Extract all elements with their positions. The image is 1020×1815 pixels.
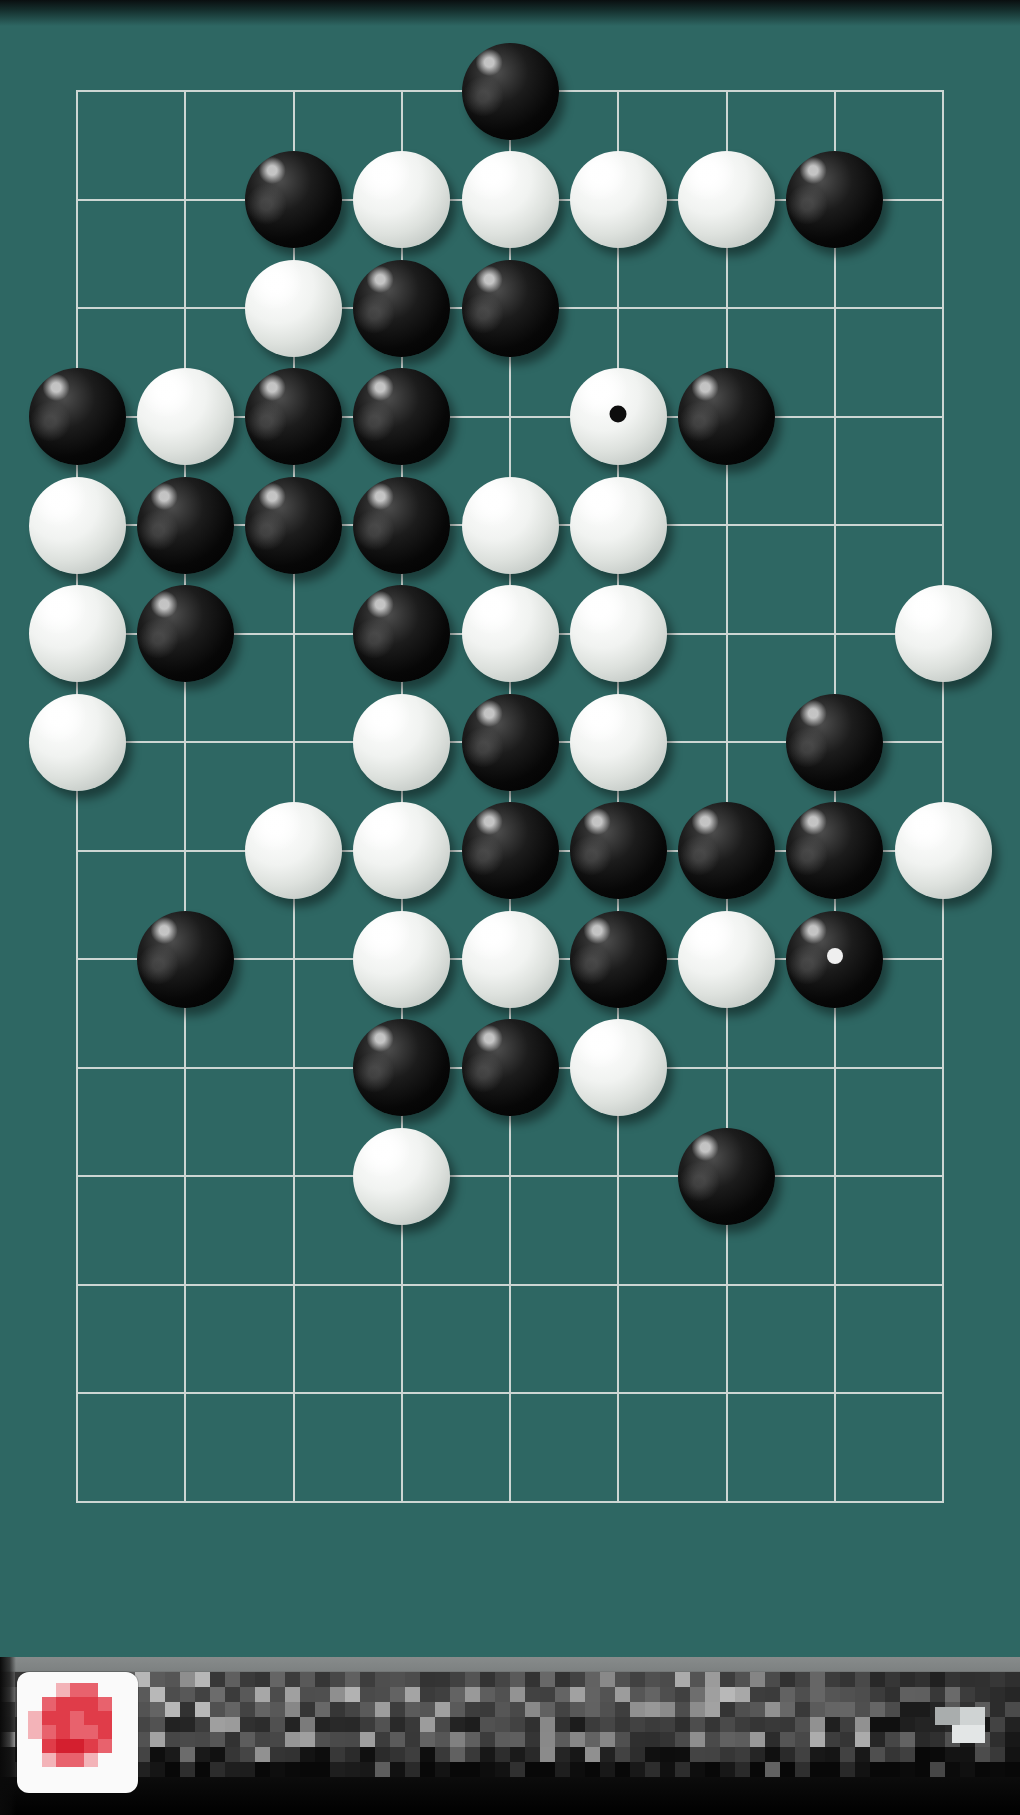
ad-pixel (465, 1672, 480, 1687)
ad-pixel (840, 1747, 855, 1762)
ad-pixel (810, 1717, 825, 1732)
black-stone (29, 368, 126, 465)
ad-pixel (885, 1762, 900, 1777)
ad-pixel (495, 1702, 510, 1717)
grid-line-vertical (834, 90, 836, 1503)
ad-pixel (150, 1732, 165, 1747)
ad-pixel (990, 1747, 1005, 1762)
white-stone (462, 911, 559, 1008)
ad-pixel (315, 1687, 330, 1702)
ad-pixel (750, 1747, 765, 1762)
ad-pixel (390, 1762, 405, 1777)
ad-pixel (885, 1672, 900, 1687)
ad-pixel (915, 1732, 930, 1747)
ad-pixel (450, 1672, 465, 1687)
white-stone (570, 477, 667, 574)
ad-pixel (870, 1717, 885, 1732)
ad-pixel (165, 1702, 180, 1717)
ad-pixel (570, 1672, 585, 1687)
ad-pixel (150, 1672, 165, 1687)
ad-pixel (255, 1762, 270, 1777)
ad-pixel (420, 1747, 435, 1762)
ad-pixel (540, 1747, 555, 1762)
ad-pixel (990, 1687, 1005, 1702)
ad-pixel (165, 1717, 180, 1732)
ad-pixel (555, 1717, 570, 1732)
grid-line-vertical (76, 90, 78, 1503)
ad-pixel (840, 1687, 855, 1702)
ad-pixel (825, 1732, 840, 1747)
ad-pixel (405, 1747, 420, 1762)
ad-pixel (510, 1687, 525, 1702)
black-stone (462, 694, 559, 791)
ad-pixel (795, 1747, 810, 1762)
ad-pixel (420, 1762, 435, 1777)
ad-pixel (210, 1762, 225, 1777)
ad-pixel (675, 1702, 690, 1717)
ad-pixel (960, 1672, 975, 1687)
ad-pixel (540, 1702, 555, 1717)
ad-pixel (300, 1717, 315, 1732)
ad-pixel (900, 1732, 915, 1747)
ad-pixel (465, 1732, 480, 1747)
black-stone (137, 477, 234, 574)
ad-pixel (270, 1732, 285, 1747)
ad-pixel (525, 1717, 540, 1732)
ad-pixel (270, 1717, 285, 1732)
ad-pixel (690, 1732, 705, 1747)
ad-pixel (240, 1687, 255, 1702)
ad-pixel (915, 1717, 930, 1732)
ad-pixel (870, 1687, 885, 1702)
ad-pixel (510, 1717, 525, 1732)
black-stone (678, 368, 775, 465)
black-stone (786, 802, 883, 899)
ad-pixel (435, 1747, 450, 1762)
ad-pixel (660, 1732, 675, 1747)
ad-pixel (630, 1702, 645, 1717)
ad-pixel (270, 1747, 285, 1762)
ad-pixel (180, 1732, 195, 1747)
ad-pixel (900, 1717, 915, 1732)
ad-pixel (930, 1747, 945, 1762)
ad-pixel (765, 1762, 780, 1777)
ad-pixel (585, 1702, 600, 1717)
ad-pixel (390, 1702, 405, 1717)
ad-pixel (690, 1687, 705, 1702)
ad-pixel (1005, 1702, 1020, 1717)
ad-pixel (720, 1732, 735, 1747)
ad-pixel (285, 1672, 300, 1687)
ad-pixel (765, 1687, 780, 1702)
white-stone (570, 1019, 667, 1116)
ad-pixel (405, 1762, 420, 1777)
ad-pixel (480, 1747, 495, 1762)
ad-pixel (930, 1687, 945, 1702)
ad-banner[interactable] (0, 1657, 1020, 1815)
ad-pixel (195, 1747, 210, 1762)
ad-pixel (720, 1687, 735, 1702)
ad-pixel (255, 1702, 270, 1717)
ad-pixel (510, 1762, 525, 1777)
ad-pixel (795, 1762, 810, 1777)
white-stone (137, 368, 234, 465)
ad-pixel (585, 1672, 600, 1687)
ad-pixel (225, 1717, 240, 1732)
ad-pixel (825, 1687, 840, 1702)
ad-pixel (600, 1762, 615, 1777)
ad-pixel (705, 1672, 720, 1687)
white-stone (678, 911, 775, 1008)
ad-pixel (435, 1732, 450, 1747)
grid-line-vertical (726, 90, 728, 1503)
ad-pixel (480, 1762, 495, 1777)
logo-pixel (84, 1711, 98, 1725)
ad-pixel (375, 1687, 390, 1702)
ad-pixel (405, 1732, 420, 1747)
ad-pixel (390, 1687, 405, 1702)
ad-pixel (900, 1687, 915, 1702)
ad-pixel (630, 1747, 645, 1762)
ad-pixel (285, 1747, 300, 1762)
ad-pixel (345, 1702, 360, 1717)
ad-pixel (780, 1762, 795, 1777)
ad-pixel (600, 1732, 615, 1747)
logo-pixel (70, 1753, 84, 1767)
ad-pixel (555, 1732, 570, 1747)
ad-pixel (960, 1747, 975, 1762)
ad-pixel (195, 1762, 210, 1777)
logo-pixel (56, 1683, 70, 1697)
ad-pixel (465, 1702, 480, 1717)
ad-pixel (750, 1702, 765, 1717)
ad-pixel (360, 1672, 375, 1687)
white-stone (353, 694, 450, 791)
ad-pixel (210, 1747, 225, 1762)
ad-pixel (540, 1687, 555, 1702)
white-stone (353, 151, 450, 248)
ad-pixel (180, 1687, 195, 1702)
logo-pixel (42, 1739, 56, 1753)
ad-pixel (150, 1717, 165, 1732)
ad-pixel (270, 1672, 285, 1687)
ad-pixel (915, 1687, 930, 1702)
ad-pixel (870, 1747, 885, 1762)
ad-pixel (645, 1762, 660, 1777)
ad-pixel (615, 1702, 630, 1717)
ad-pixel (840, 1672, 855, 1687)
black-stone (462, 1019, 559, 1116)
ad-pixel (345, 1717, 360, 1732)
black-stone (570, 911, 667, 1008)
ad-pixel (810, 1687, 825, 1702)
black-stone (353, 585, 450, 682)
ad-pixel (645, 1672, 660, 1687)
logo-pixel (84, 1725, 98, 1739)
ad-pixel (210, 1687, 225, 1702)
ad-pixel (735, 1702, 750, 1717)
ad-pixel (195, 1717, 210, 1732)
ad-pixel (855, 1702, 870, 1717)
ad-pixel (945, 1747, 960, 1762)
ad-pixel (435, 1702, 450, 1717)
white-stone (29, 694, 126, 791)
grid-line-horizontal (76, 1501, 944, 1503)
logo-pixel (56, 1725, 70, 1739)
ad-pixel (255, 1717, 270, 1732)
white-stone (353, 1128, 450, 1225)
app-screen (0, 0, 1020, 1815)
ad-pixel (570, 1747, 585, 1762)
ad-pixel (525, 1687, 540, 1702)
ad-pixel (360, 1747, 375, 1762)
logo-pixel (98, 1725, 112, 1739)
ad-pixel (615, 1717, 630, 1732)
ad-pixel (300, 1762, 315, 1777)
logo-pixel (70, 1725, 84, 1739)
ad-pixel (615, 1687, 630, 1702)
ad-pixel (615, 1732, 630, 1747)
ad-pixel (705, 1702, 720, 1717)
logo-pixel (98, 1739, 112, 1753)
ad-pixel (450, 1702, 465, 1717)
ad-pixel (360, 1687, 375, 1702)
ad-pixel (540, 1717, 555, 1732)
ad-pixel (915, 1747, 930, 1762)
logo-pixel (42, 1725, 56, 1739)
white-stone (245, 260, 342, 357)
ad-pixel (360, 1702, 375, 1717)
ad-pixel (585, 1732, 600, 1747)
logo-pixel (84, 1683, 98, 1697)
close-pixel (960, 1707, 985, 1725)
ad-app-icon[interactable] (17, 1672, 138, 1793)
logo-pixel (70, 1697, 84, 1711)
ad-pixel (480, 1687, 495, 1702)
ad-pixel (630, 1672, 645, 1687)
close-pixel (952, 1725, 985, 1743)
ad-pixel (270, 1687, 285, 1702)
ad-pixel (225, 1687, 240, 1702)
ad-pixel (555, 1672, 570, 1687)
ad-pixel (930, 1672, 945, 1687)
black-stone (353, 1019, 450, 1116)
ad-pixel (795, 1717, 810, 1732)
ad-pixel (510, 1732, 525, 1747)
ad-pixel (1005, 1717, 1020, 1732)
ad-pixel (630, 1762, 645, 1777)
grid-line-horizontal (76, 1175, 944, 1177)
white-stone (678, 151, 775, 248)
ad-pixel (735, 1717, 750, 1732)
ad-pixel (660, 1687, 675, 1702)
ad-pixel (735, 1762, 750, 1777)
ad-pixel (660, 1702, 675, 1717)
white-stone (895, 802, 992, 899)
ad-pixel (855, 1747, 870, 1762)
ad-pixel (855, 1717, 870, 1732)
black-stone (786, 911, 883, 1008)
ad-pixel (600, 1672, 615, 1687)
ad-pixel (480, 1717, 495, 1732)
ad-pixel (660, 1747, 675, 1762)
ad-pixel (705, 1687, 720, 1702)
ad-pixel (825, 1672, 840, 1687)
ad-pixel (495, 1687, 510, 1702)
ad-pixel (255, 1672, 270, 1687)
grid-line-vertical (617, 90, 619, 1503)
ad-pixel (645, 1747, 660, 1762)
ad-pixel (900, 1762, 915, 1777)
logo-pixel (28, 1711, 42, 1725)
ad-pixel (570, 1702, 585, 1717)
ad-pixel (495, 1732, 510, 1747)
ad-pixel (195, 1702, 210, 1717)
ad-pixel (705, 1717, 720, 1732)
ad-pixel (420, 1732, 435, 1747)
ad-pixel (660, 1717, 675, 1732)
ad-pixel (1005, 1732, 1020, 1747)
white-stone (353, 911, 450, 1008)
ad-pixel (180, 1747, 195, 1762)
ad-pixel (870, 1672, 885, 1687)
ad-pixel (240, 1762, 255, 1777)
white-stone (570, 368, 667, 465)
ad-pixel (750, 1732, 765, 1747)
ad-pixel (780, 1687, 795, 1702)
ad-pixel (165, 1732, 180, 1747)
white-stone (29, 585, 126, 682)
ad-pixel (615, 1747, 630, 1762)
ad-pixel (465, 1717, 480, 1732)
ad-pixel (765, 1747, 780, 1762)
ad-pixel (330, 1732, 345, 1747)
ad-pixel (345, 1732, 360, 1747)
ad-pixel (645, 1717, 660, 1732)
white-stone (245, 802, 342, 899)
ad-pixel (570, 1717, 585, 1732)
ad-pixel (825, 1762, 840, 1777)
ad-pixel (975, 1672, 990, 1687)
logo-pixel (56, 1697, 70, 1711)
ad-pixel (675, 1672, 690, 1687)
ad-pixel (435, 1762, 450, 1777)
ad-pixel (225, 1702, 240, 1717)
ad-pixel (225, 1732, 240, 1747)
ad-pixel (150, 1687, 165, 1702)
logo-pixel (98, 1697, 112, 1711)
ad-pixel (990, 1762, 1005, 1777)
ad-pixel (915, 1762, 930, 1777)
ad-pixel (780, 1702, 795, 1717)
logo-pixel (56, 1711, 70, 1725)
ad-pixel (570, 1687, 585, 1702)
ad-pixel (780, 1717, 795, 1732)
ad-pixel (675, 1687, 690, 1702)
ad-pixel (420, 1672, 435, 1687)
ad-pixel (195, 1687, 210, 1702)
ad-pixel (495, 1762, 510, 1777)
ad-pixel (705, 1762, 720, 1777)
ad-pixel (345, 1747, 360, 1762)
logo-pixel (84, 1753, 98, 1767)
ad-pixel (450, 1717, 465, 1732)
ad-pixel (840, 1702, 855, 1717)
ad-pixel (810, 1672, 825, 1687)
ad-pixel (645, 1687, 660, 1702)
ad-pixel (345, 1687, 360, 1702)
ad-pixel (315, 1672, 330, 1687)
ad-pixel (495, 1747, 510, 1762)
ad-pixel (720, 1672, 735, 1687)
ad-pixel (705, 1732, 720, 1747)
last-move-marker (610, 405, 627, 422)
ad-pixel (225, 1747, 240, 1762)
white-stone (570, 694, 667, 791)
logo-pixel (84, 1739, 98, 1753)
ad-pixel (270, 1702, 285, 1717)
ad-pixel (150, 1747, 165, 1762)
black-stone (462, 802, 559, 899)
ad-pixel (375, 1672, 390, 1687)
ad-pixel (855, 1762, 870, 1777)
ad-pixel (675, 1747, 690, 1762)
ad-pixel (555, 1702, 570, 1717)
ad-pixel (405, 1702, 420, 1717)
ad-pixel (180, 1672, 195, 1687)
black-stone (353, 260, 450, 357)
ad-pixel (795, 1702, 810, 1717)
ad-pixel (285, 1717, 300, 1732)
ad-pixel (765, 1717, 780, 1732)
ad-pixel (690, 1717, 705, 1732)
ad-pixel (240, 1672, 255, 1687)
ad-pixel (225, 1762, 240, 1777)
logo-pixel (42, 1697, 56, 1711)
ad-pixel (720, 1702, 735, 1717)
ad-close-icon[interactable] (935, 1707, 985, 1743)
black-stone (353, 368, 450, 465)
ad-pixel (585, 1687, 600, 1702)
ad-pixel (870, 1732, 885, 1747)
ad-pixel (630, 1717, 645, 1732)
go-board[interactable] (0, 0, 1020, 1660)
black-stone (245, 368, 342, 465)
ad-pixel (975, 1747, 990, 1762)
ad-pixel (240, 1732, 255, 1747)
ad-pixel (210, 1732, 225, 1747)
ad-pixel (615, 1762, 630, 1777)
ad-pixel (735, 1672, 750, 1687)
ad-pixel (150, 1762, 165, 1777)
ad-pixel (855, 1687, 870, 1702)
black-stone (462, 260, 559, 357)
logo-pixel (28, 1725, 42, 1739)
ad-pixel (585, 1747, 600, 1762)
ad-pixel (300, 1687, 315, 1702)
ad-pixel (735, 1687, 750, 1702)
ad-pixel (480, 1702, 495, 1717)
ad-pixel (375, 1702, 390, 1717)
ad-pixel (645, 1732, 660, 1747)
ad-pixel (660, 1762, 675, 1777)
ad-pixel (210, 1717, 225, 1732)
ad-pixel (885, 1732, 900, 1747)
white-stone (29, 477, 126, 574)
ad-pixel (900, 1747, 915, 1762)
ad-pixel (375, 1717, 390, 1732)
logo-pixel (84, 1697, 98, 1711)
